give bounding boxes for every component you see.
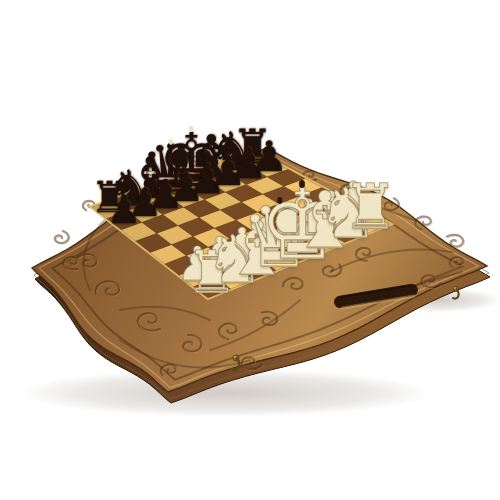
product-photo-stage: ♜♞♝♛♚♝♞♜♟♟♟♟♟♟♟♟♟♟♟♟♟♟♟♟♜♞♝♛♚♝♞♜: [0, 0, 500, 500]
carved-chess-board: [0, 0, 500, 500]
